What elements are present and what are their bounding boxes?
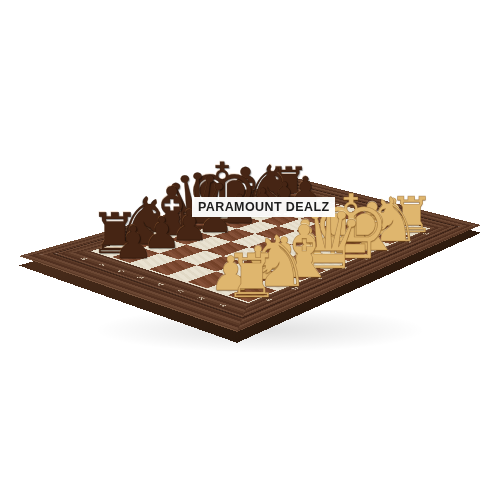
watermark: PARAMOUNT DEALZ [192, 197, 335, 217]
product-photo-scene: 87654321abcdefgh ♜︎♞︎♝︎♛︎♚︎♝︎♞︎♜︎♟︎♟︎♟︎♟… [0, 0, 500, 500]
